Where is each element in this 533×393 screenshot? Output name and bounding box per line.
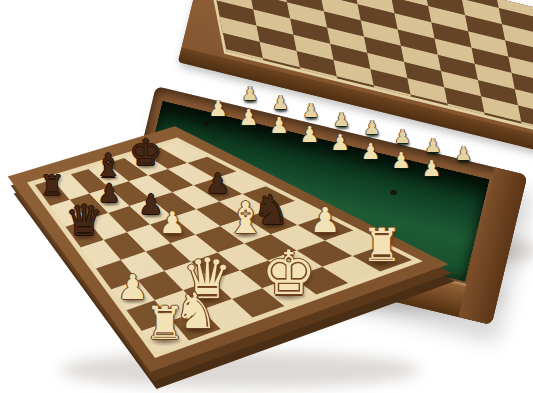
chess-set-photo: ♟♟♟♟♟♟♟♟♟♟♟♟♟♟♟♟ ♚♝♟♜♟♟♞♟♟♝♛♜♚♟♛♞♜	[0, 0, 533, 393]
chessboard: ♚♝♟♜♟♟♞♟♟♝♛♜♚♟♛♞♜	[0, 0, 533, 393]
piece-black-king-f8[interactable]: ♚	[129, 135, 162, 171]
piece-white-king-e1[interactable]: ♚	[262, 243, 317, 304]
piece-white-rook-h1[interactable]: ♜	[362, 223, 403, 268]
piece-white-pawn-d5[interactable]: ♟	[159, 208, 186, 238]
piece-white-pawn-h3[interactable]: ♟	[310, 202, 341, 236]
piece-white-bishop-f4[interactable]: ♝	[226, 196, 265, 240]
piece-white-rook-a1[interactable]: ♜	[145, 301, 186, 346]
piece-white-pawn-a3[interactable]: ♟	[117, 269, 148, 303]
piece-black-queen-a6[interactable]: ♛	[65, 200, 103, 242]
piece-black-rook-a8[interactable]: ♜	[40, 172, 64, 199]
